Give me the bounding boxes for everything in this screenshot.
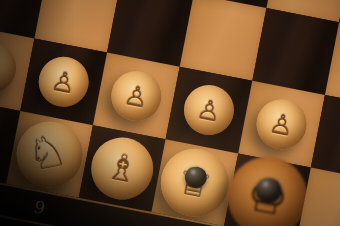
frame-rank-label: 9 bbox=[31, 196, 47, 218]
piece-white-pawn-a2: ♙ bbox=[0, 38, 20, 97]
piece-white-pawn-c2: ♙ bbox=[107, 67, 166, 126]
piece-white-bishop-c1: ♗ bbox=[86, 132, 159, 205]
pawn-glyph: ♙ bbox=[194, 94, 223, 125]
square-c1: ♗ bbox=[79, 125, 166, 212]
pawn-glyph: ♙ bbox=[267, 109, 296, 140]
square-e1: ♔ bbox=[224, 153, 311, 226]
pawn-glyph: ♙ bbox=[0, 52, 5, 83]
bishop-glyph: ♗ bbox=[103, 148, 142, 189]
piece-white-queen-d1: ♕ bbox=[155, 143, 235, 223]
square-e3 bbox=[252, 8, 339, 95]
frame-rank-label: 4 bbox=[104, 222, 117, 226]
square-b2: ♙ bbox=[20, 38, 107, 125]
pawn-glyph: ♙ bbox=[122, 80, 151, 111]
pawn-glyph: ♙ bbox=[49, 66, 78, 97]
queen-glyph: ♕ bbox=[174, 161, 215, 205]
square-d2: ♙ bbox=[166, 67, 253, 154]
piece-white-pawn-d2: ♙ bbox=[180, 81, 239, 140]
knight-glyph: ♘ bbox=[24, 127, 71, 178]
king-glyph: ♔ bbox=[243, 170, 292, 223]
piece-white-knight-b1: ♘ bbox=[11, 116, 88, 193]
board: ♙♙♙♙♙♖♘♗♕♔ 94 bbox=[0, 0, 340, 226]
chessboard-photo: ♙♙♙♙♙♖♘♗♕♔ 94 bbox=[0, 0, 340, 226]
piece-white-pawn-e2: ♙ bbox=[252, 95, 311, 154]
piece-white-pawn-b2: ♙ bbox=[34, 52, 93, 111]
square-b1: ♘ bbox=[6, 111, 93, 198]
square-c2: ♙ bbox=[93, 53, 180, 140]
square-e2: ♙ bbox=[238, 81, 325, 168]
square-d1: ♕ bbox=[151, 139, 238, 226]
